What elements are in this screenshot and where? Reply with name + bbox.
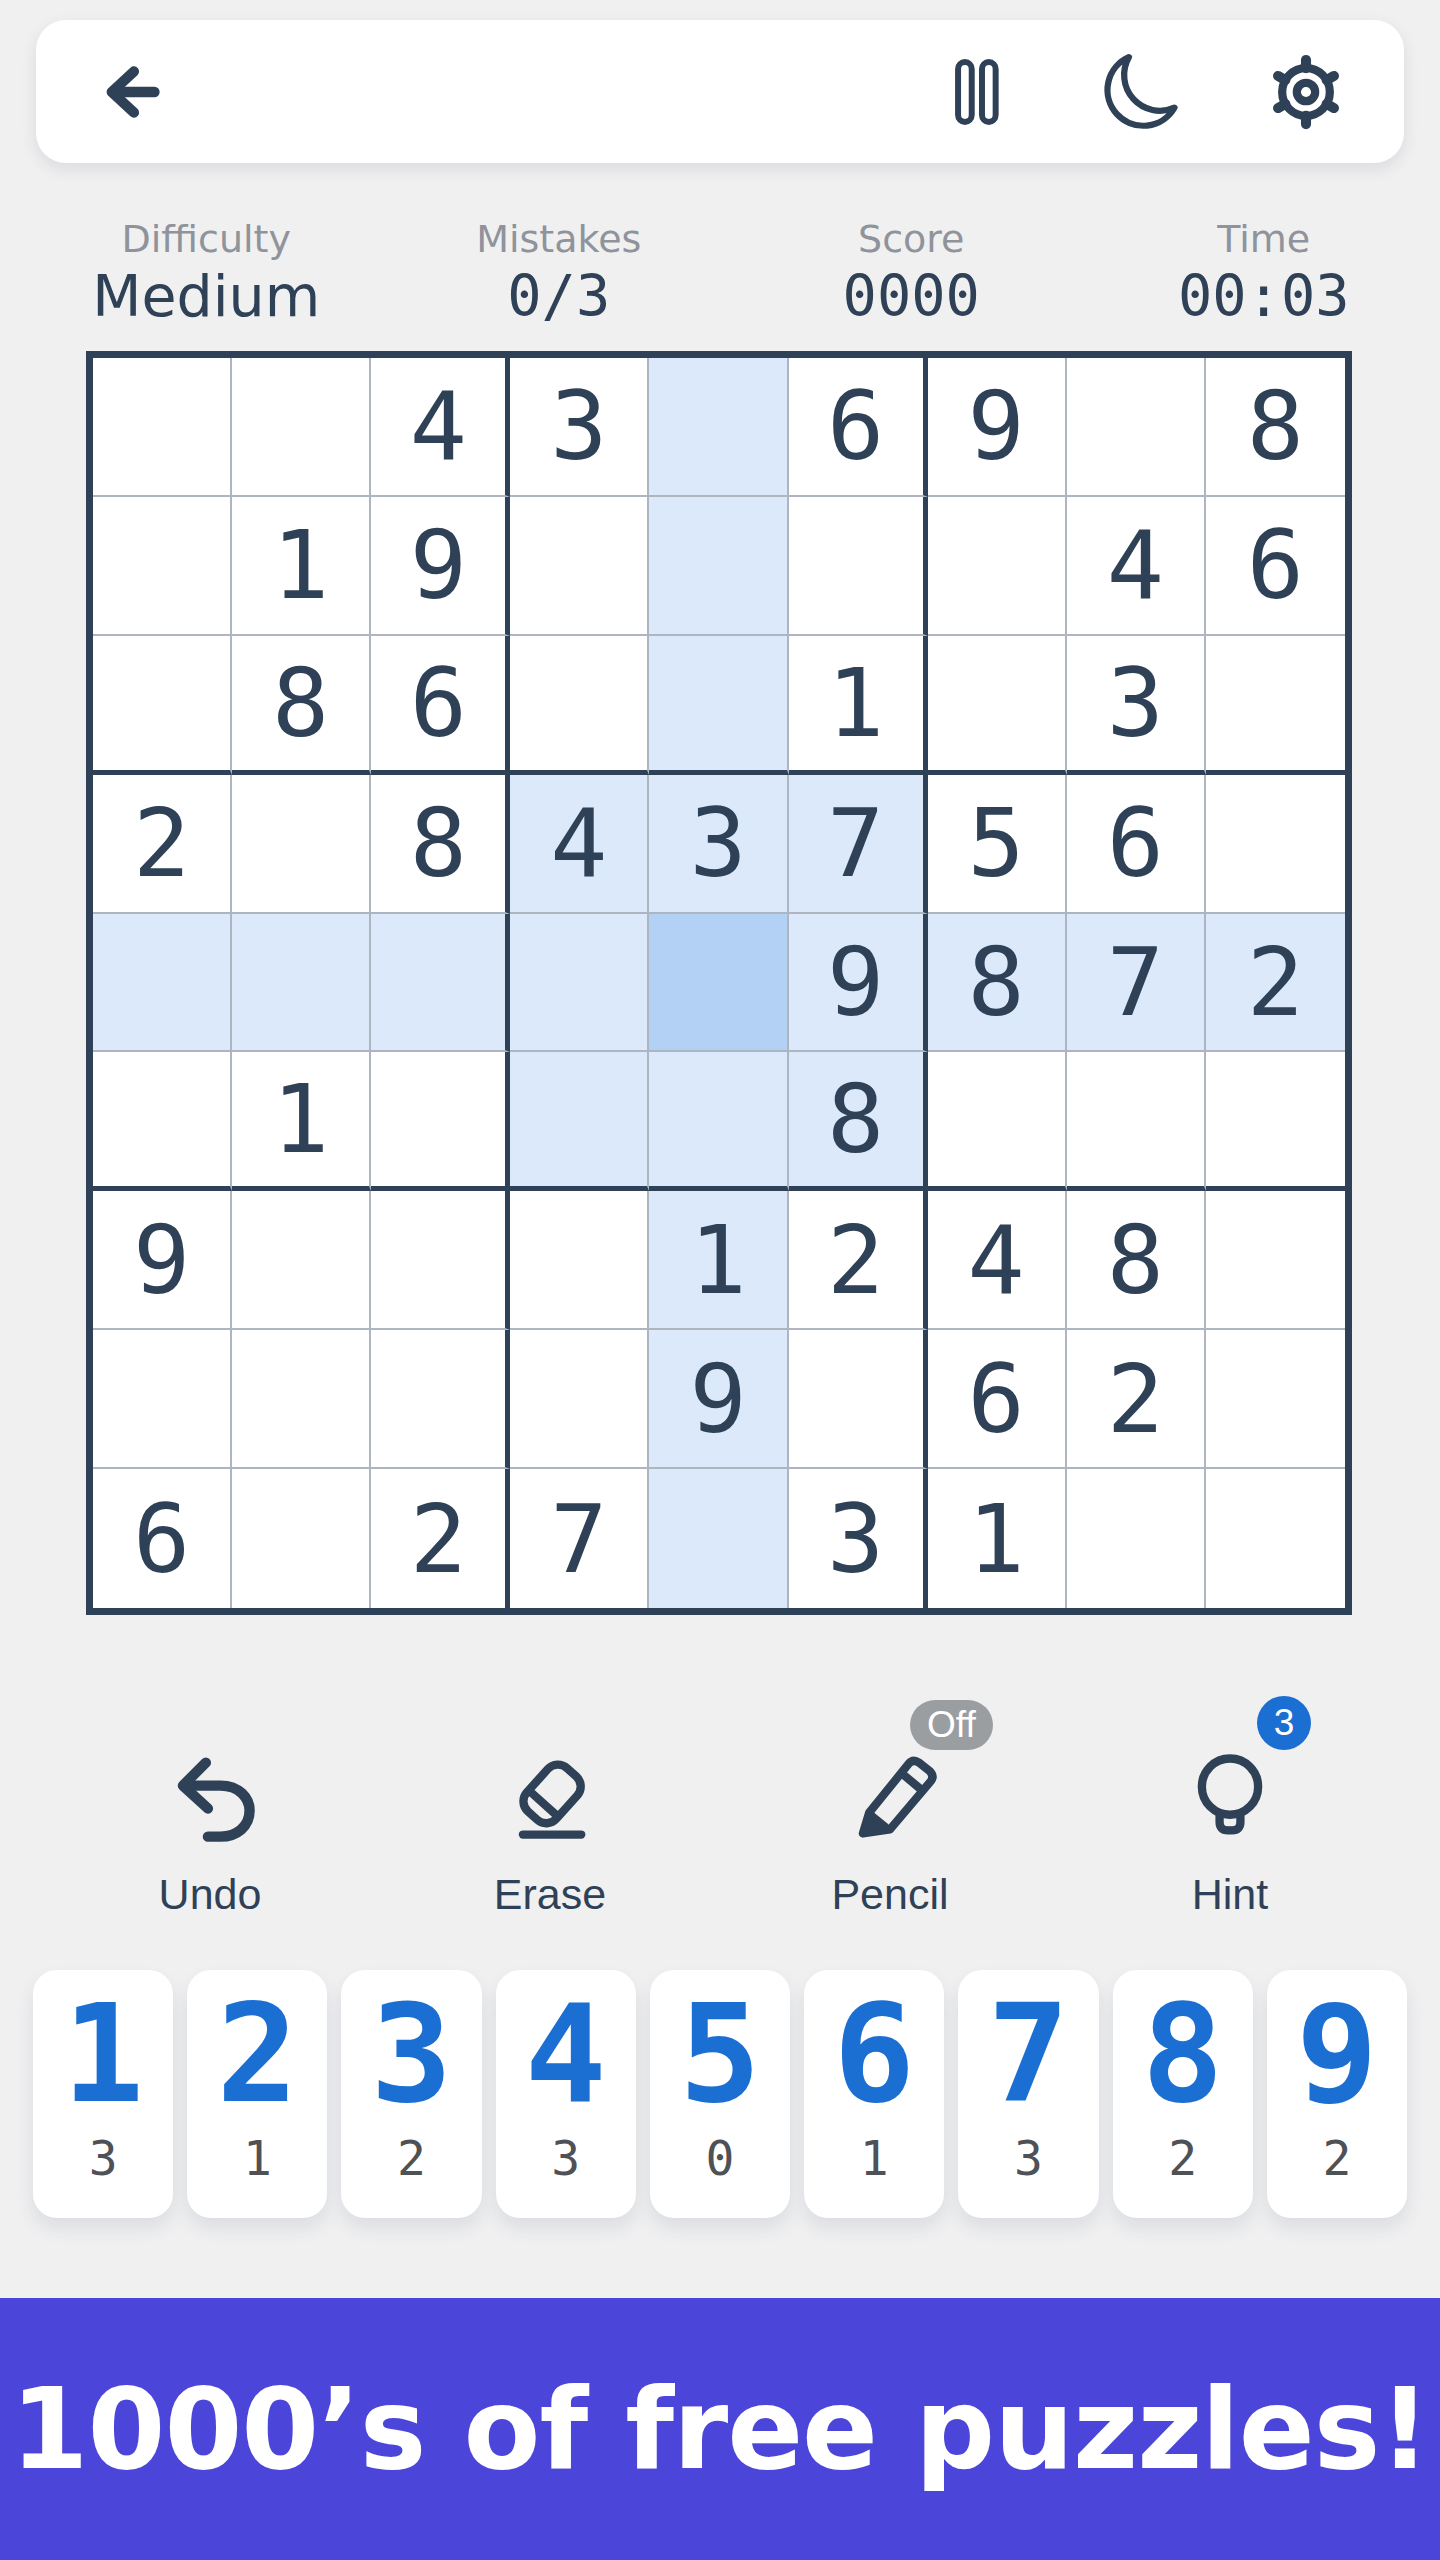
cell-r9c4[interactable]: 7	[510, 1469, 649, 1608]
cell-r5c1[interactable]	[93, 914, 232, 1053]
time-value: 00:03	[1088, 262, 1440, 330]
pause-icon	[935, 51, 1017, 133]
stat-time: Time 00:03	[1088, 218, 1440, 330]
numpad-digit: 5	[679, 1980, 761, 2130]
numpad-key-4[interactable]: 43	[496, 1970, 636, 2218]
cell-r8c5[interactable]: 9	[649, 1330, 788, 1469]
cell-r3c5[interactable]	[649, 636, 788, 775]
numpad-digit: 2	[216, 1980, 298, 2130]
undo-button[interactable]: Undo	[60, 1698, 360, 1923]
cell-r1c7[interactable]: 9	[928, 358, 1067, 497]
pencil-button[interactable]: Off Pencil	[740, 1698, 1040, 1923]
mistakes-value: 0/3	[383, 262, 736, 330]
cell-r4c7[interactable]: 5	[928, 775, 1067, 914]
cell-r1c3[interactable]: 4	[371, 358, 510, 497]
cell-r1c2[interactable]	[232, 358, 371, 497]
cell-r9c3[interactable]: 2	[371, 1469, 510, 1608]
score-value: 0000	[735, 262, 1088, 330]
cell-r9c5[interactable]	[649, 1469, 788, 1608]
cell-r6c4[interactable]	[510, 1052, 649, 1191]
cell-r6c1[interactable]	[93, 1052, 232, 1191]
cell-r1c4[interactable]: 3	[510, 358, 649, 497]
cell-r2c8[interactable]: 4	[1067, 497, 1206, 636]
cell-r9c2[interactable]	[232, 1469, 371, 1608]
difficulty-label: Difficulty	[30, 218, 383, 262]
cell-r9c7[interactable]: 1	[928, 1469, 1067, 1608]
cell-r7c4[interactable]	[510, 1191, 649, 1330]
numpad-key-6[interactable]: 61	[804, 1970, 944, 2218]
cell-r7c5[interactable]: 1	[649, 1191, 788, 1330]
cell-r3c9[interactable]	[1206, 636, 1345, 775]
cell-r2c3[interactable]: 9	[371, 497, 510, 636]
cell-r4c2[interactable]	[232, 775, 371, 914]
cell-r3c8[interactable]: 3	[1067, 636, 1206, 775]
toolbar: Undo Erase Off Pencil 3	[60, 1698, 1380, 1923]
numpad-key-3[interactable]: 32	[341, 1970, 481, 2218]
numpad-remaining-count: 0	[706, 2134, 735, 2182]
cell-r6c9[interactable]	[1206, 1052, 1345, 1191]
cell-r3c7[interactable]	[928, 636, 1067, 775]
cell-r2c4[interactable]	[510, 497, 649, 636]
cell-r5c8[interactable]: 7	[1067, 914, 1206, 1053]
pencil-icon	[840, 1732, 940, 1860]
promo-banner-text: 1000’s of free puzzles!	[11, 2364, 1430, 2494]
numpad-remaining-count: 2	[1168, 2134, 1197, 2182]
score-label: Score	[735, 218, 1088, 262]
cell-r1c1[interactable]	[93, 358, 232, 497]
cell-r9c6[interactable]: 3	[789, 1469, 928, 1608]
cell-r8c7[interactable]: 6	[928, 1330, 1067, 1469]
back-button[interactable]	[84, 44, 168, 140]
stats-row: Difficulty Medium Mistakes 0/3 Score 000…	[30, 218, 1440, 330]
cell-r5c3[interactable]	[371, 914, 510, 1053]
cell-r4c1[interactable]: 2	[93, 775, 232, 914]
cell-r8c2[interactable]	[232, 1330, 371, 1469]
numpad-digit: 6	[833, 1980, 915, 2130]
cell-r4c6[interactable]: 7	[789, 775, 928, 914]
cell-r8c6[interactable]	[789, 1330, 928, 1469]
cell-r4c8[interactable]: 6	[1067, 775, 1206, 914]
cell-r5c7[interactable]: 8	[928, 914, 1067, 1053]
moon-icon	[1098, 49, 1184, 135]
cell-r3c1[interactable]	[93, 636, 232, 775]
cell-r6c3[interactable]	[371, 1052, 510, 1191]
pencil-off-badge: Off	[910, 1700, 993, 1750]
cell-r5c5[interactable]	[649, 914, 788, 1053]
stat-difficulty: Difficulty Medium	[30, 218, 383, 330]
cell-r2c2[interactable]: 1	[232, 497, 371, 636]
dark-mode-button[interactable]	[1099, 44, 1183, 140]
promo-banner[interactable]: 1000’s of free puzzles!	[0, 2298, 1440, 2560]
cell-r6c5[interactable]	[649, 1052, 788, 1191]
undo-label: Undo	[159, 1870, 262, 1919]
cell-r6c6[interactable]: 8	[789, 1052, 928, 1191]
numpad-digit: 1	[62, 1980, 144, 2130]
numpad-key-8[interactable]: 82	[1113, 1970, 1253, 2218]
sudoku-board: 436981946861328437569872189124896262731	[86, 351, 1352, 1615]
cell-r5c4[interactable]	[510, 914, 649, 1053]
numpad-digit: 7	[987, 1980, 1069, 2130]
cell-r6c8[interactable]	[1067, 1052, 1206, 1191]
cell-r6c7[interactable]	[928, 1052, 1067, 1191]
cell-r2c9[interactable]: 6	[1206, 497, 1345, 636]
cell-r9c1[interactable]: 6	[93, 1469, 232, 1608]
erase-label: Erase	[494, 1870, 606, 1919]
top-bar-actions	[934, 44, 1348, 140]
cell-r3c2[interactable]: 8	[232, 636, 371, 775]
cell-r5c2[interactable]	[232, 914, 371, 1053]
cell-r3c4[interactable]	[510, 636, 649, 775]
cell-r7c1[interactable]: 9	[93, 1191, 232, 1330]
erase-button[interactable]: Erase	[400, 1698, 700, 1923]
stat-score: Score 0000	[735, 218, 1088, 330]
cell-r1c8[interactable]	[1067, 358, 1206, 497]
cell-r2c1[interactable]	[93, 497, 232, 636]
undo-arrow-icon	[160, 1732, 260, 1860]
cell-r7c6[interactable]: 2	[789, 1191, 928, 1330]
cell-r8c9[interactable]	[1206, 1330, 1345, 1469]
mistakes-label: Mistakes	[383, 218, 736, 262]
cell-r8c1[interactable]	[93, 1330, 232, 1469]
cell-r8c4[interactable]	[510, 1330, 649, 1469]
cell-r4c9[interactable]	[1206, 775, 1345, 914]
cell-r3c3[interactable]: 6	[371, 636, 510, 775]
cell-r1c9[interactable]: 8	[1206, 358, 1345, 497]
cell-r7c8[interactable]: 8	[1067, 1191, 1206, 1330]
cell-r6c2[interactable]: 1	[232, 1052, 371, 1191]
cell-r7c3[interactable]	[371, 1191, 510, 1330]
cell-r7c2[interactable]	[232, 1191, 371, 1330]
top-bar	[36, 20, 1404, 163]
difficulty-value: Medium	[30, 262, 383, 330]
hint-button[interactable]: 3 Hint	[1080, 1698, 1380, 1923]
cell-r5c9[interactable]: 2	[1206, 914, 1345, 1053]
back-arrow-icon	[88, 54, 164, 130]
cell-r3c6[interactable]: 1	[789, 636, 928, 775]
cell-r1c6[interactable]: 6	[789, 358, 928, 497]
numpad-remaining-count: 2	[1322, 2134, 1351, 2182]
cell-r1c5[interactable]	[649, 358, 788, 497]
cell-r9c9[interactable]	[1206, 1469, 1345, 1608]
stat-mistakes: Mistakes 0/3	[383, 218, 736, 330]
number-pad: 132132435061738292	[33, 1970, 1407, 2218]
numpad-key-9[interactable]: 92	[1267, 1970, 1407, 2218]
hint-count-badge: 3	[1257, 1696, 1311, 1750]
numpad-remaining-count: 2	[397, 2134, 426, 2182]
pencil-label: Pencil	[831, 1870, 948, 1919]
numpad-remaining-count: 3	[89, 2134, 118, 2182]
eraser-icon	[500, 1732, 600, 1860]
pause-button[interactable]	[934, 44, 1018, 140]
cell-r2c7[interactable]	[928, 497, 1067, 636]
numpad-key-7[interactable]: 73	[958, 1970, 1098, 2218]
lightbulb-icon	[1180, 1732, 1280, 1860]
cell-r2c6[interactable]	[789, 497, 928, 636]
numpad-remaining-count: 3	[1014, 2134, 1043, 2182]
time-label: Time	[1088, 218, 1440, 262]
hint-label: Hint	[1192, 1870, 1268, 1919]
gear-icon	[1262, 48, 1350, 136]
numpad-digit: 9	[1296, 1980, 1378, 2130]
numpad-remaining-count: 1	[860, 2134, 889, 2182]
numpad-digit: 8	[1142, 1980, 1224, 2130]
cell-r2c5[interactable]	[649, 497, 788, 636]
cell-r7c9[interactable]	[1206, 1191, 1345, 1330]
numpad-digit: 3	[371, 1980, 453, 2130]
numpad-remaining-count: 1	[243, 2134, 272, 2182]
settings-button[interactable]	[1264, 44, 1348, 140]
cell-r5c6[interactable]: 9	[789, 914, 928, 1053]
cell-r4c4[interactable]: 4	[510, 775, 649, 914]
cell-r8c8[interactable]: 2	[1067, 1330, 1206, 1469]
cell-r4c3[interactable]: 8	[371, 775, 510, 914]
cell-r7c7[interactable]: 4	[928, 1191, 1067, 1330]
numpad-key-5[interactable]: 50	[650, 1970, 790, 2218]
cell-r4c5[interactable]: 3	[649, 775, 788, 914]
cell-r8c3[interactable]	[371, 1330, 510, 1469]
numpad-key-2[interactable]: 21	[187, 1970, 327, 2218]
cell-r9c8[interactable]	[1067, 1469, 1206, 1608]
numpad-key-1[interactable]: 13	[33, 1970, 173, 2218]
numpad-remaining-count: 3	[551, 2134, 580, 2182]
numpad-digit: 4	[525, 1980, 607, 2130]
